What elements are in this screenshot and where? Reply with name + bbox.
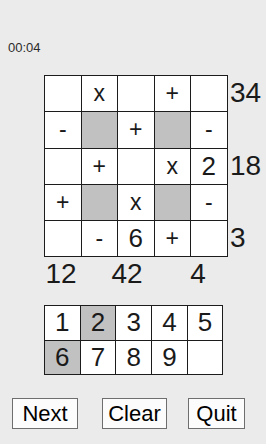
col-target-1: 12 bbox=[41, 257, 81, 291]
clear-button[interactable]: Clear bbox=[102, 398, 167, 429]
grid-cell-r4c0[interactable] bbox=[44, 220, 81, 256]
grid-cell-r0c3-operator: + bbox=[154, 75, 191, 111]
picker-cell-4[interactable]: 4 bbox=[151, 305, 187, 340]
grid-cell-r0c0[interactable] bbox=[44, 75, 81, 111]
grid-cell-r2c2[interactable] bbox=[117, 148, 154, 184]
row-target-2: 18 bbox=[230, 148, 261, 184]
quit-button[interactable]: Quit bbox=[188, 398, 245, 429]
grid-cell-r3c0-operator: + bbox=[44, 184, 81, 220]
row-target-1: 34 bbox=[230, 75, 261, 111]
puzzle-grid: x+-+-+x2+x--6+ bbox=[44, 75, 228, 257]
picker-cell-8[interactable]: 8 bbox=[115, 340, 151, 375]
number-picker: 123456789 bbox=[44, 305, 223, 375]
grid-cell-r3c2-operator: x bbox=[117, 184, 154, 220]
col-target-2: 42 bbox=[107, 257, 147, 291]
row-target-3: 3 bbox=[230, 220, 246, 256]
picker-cell-3[interactable]: 3 bbox=[115, 305, 151, 340]
picker-cell-empty bbox=[187, 340, 223, 375]
grid-cell-r2c0[interactable] bbox=[44, 148, 81, 184]
picker-cell-5[interactable]: 5 bbox=[187, 305, 223, 340]
picker-cell-1[interactable]: 1 bbox=[44, 305, 80, 340]
grid-cell-r2c3-operator: x bbox=[154, 148, 191, 184]
grid-cell-r1c4-operator: - bbox=[190, 111, 227, 147]
grid-cell-r4c3-operator: + bbox=[154, 220, 191, 256]
picker-cell-9[interactable]: 9 bbox=[151, 340, 187, 375]
grid-cell-r4c4[interactable] bbox=[190, 220, 227, 256]
grid-cell-r3c4-operator: - bbox=[190, 184, 227, 220]
picker-cell-2[interactable]: 2 bbox=[80, 305, 116, 340]
timer: 00:04 bbox=[8, 40, 41, 55]
col-target-3: 4 bbox=[178, 257, 218, 291]
grid-cell-r1c3-blocked bbox=[154, 111, 191, 147]
grid-cell-r3c1-blocked bbox=[81, 184, 118, 220]
picker-cell-6[interactable]: 6 bbox=[44, 340, 80, 375]
grid-cell-r0c4[interactable] bbox=[190, 75, 227, 111]
grid-cell-r0c2[interactable] bbox=[117, 75, 154, 111]
grid-cell-r4c1-operator: - bbox=[81, 220, 118, 256]
picker-cell-7[interactable]: 7 bbox=[80, 340, 116, 375]
grid-cell-r0c1-operator: x bbox=[81, 75, 118, 111]
grid-cell-r1c1-blocked bbox=[81, 111, 118, 147]
grid-cell-r1c0-operator: - bbox=[44, 111, 81, 147]
grid-cell-r4c2[interactable]: 6 bbox=[117, 220, 154, 256]
grid-cell-r1c2-operator: + bbox=[117, 111, 154, 147]
grid-cell-r3c3-blocked bbox=[154, 184, 191, 220]
next-button[interactable]: Next bbox=[12, 398, 78, 429]
grid-cell-r2c4[interactable]: 2 bbox=[190, 148, 227, 184]
grid-cell-r2c1-operator: + bbox=[81, 148, 118, 184]
